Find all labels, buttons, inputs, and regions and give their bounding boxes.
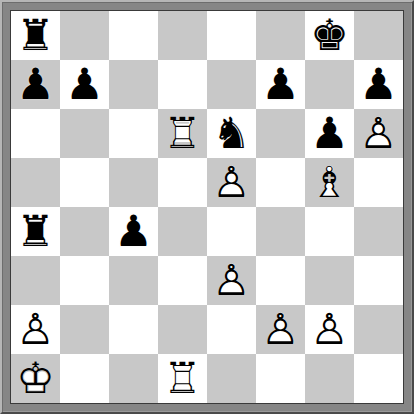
- square-h1[interactable]: [354, 354, 403, 403]
- square-h6[interactable]: ♙: [354, 109, 403, 158]
- black-pawn-a7[interactable]: ♟: [11, 60, 60, 109]
- board-frame: ♜♚♟♟♟♟♖♞♟♙♙♗♜♟♙♙♙♙♔♖: [0, 0, 414, 414]
- square-b8[interactable]: [60, 11, 109, 60]
- square-d2[interactable]: [158, 305, 207, 354]
- square-h3[interactable]: [354, 256, 403, 305]
- square-c2[interactable]: [109, 305, 158, 354]
- chess-board: ♜♚♟♟♟♟♖♞♟♙♙♗♜♟♙♙♙♙♔♖: [11, 11, 403, 403]
- black-pawn-c4[interactable]: ♟: [109, 207, 158, 256]
- white-pawn-h6[interactable]: ♙: [354, 109, 403, 158]
- square-f7[interactable]: ♟: [256, 60, 305, 109]
- square-b5[interactable]: [60, 158, 109, 207]
- square-c6[interactable]: [109, 109, 158, 158]
- square-h5[interactable]: [354, 158, 403, 207]
- square-f8[interactable]: [256, 11, 305, 60]
- square-e8[interactable]: [207, 11, 256, 60]
- square-d3[interactable]: [158, 256, 207, 305]
- square-g1[interactable]: [305, 354, 354, 403]
- square-e4[interactable]: [207, 207, 256, 256]
- board-inner-border: ♜♚♟♟♟♟♖♞♟♙♙♗♜♟♙♙♙♙♔♖: [10, 10, 404, 404]
- square-g7[interactable]: [305, 60, 354, 109]
- square-b1[interactable]: [60, 354, 109, 403]
- white-pawn-g2[interactable]: ♙: [305, 305, 354, 354]
- square-f2[interactable]: ♙: [256, 305, 305, 354]
- square-d4[interactable]: [158, 207, 207, 256]
- square-b6[interactable]: [60, 109, 109, 158]
- square-c3[interactable]: [109, 256, 158, 305]
- square-a4[interactable]: ♜: [11, 207, 60, 256]
- square-c4[interactable]: ♟: [109, 207, 158, 256]
- square-h4[interactable]: [354, 207, 403, 256]
- square-e5[interactable]: ♙: [207, 158, 256, 207]
- square-g5[interactable]: ♗: [305, 158, 354, 207]
- square-e2[interactable]: [207, 305, 256, 354]
- black-pawn-g6[interactable]: ♟: [305, 109, 354, 158]
- square-a5[interactable]: [11, 158, 60, 207]
- square-g3[interactable]: [305, 256, 354, 305]
- square-a6[interactable]: [11, 109, 60, 158]
- square-c5[interactable]: [109, 158, 158, 207]
- square-h2[interactable]: [354, 305, 403, 354]
- square-b3[interactable]: [60, 256, 109, 305]
- black-pawn-f7[interactable]: ♟: [256, 60, 305, 109]
- white-rook-d1[interactable]: ♖: [158, 354, 207, 403]
- black-pawn-h7[interactable]: ♟: [354, 60, 403, 109]
- square-d1[interactable]: ♖: [158, 354, 207, 403]
- square-h8[interactable]: [354, 11, 403, 60]
- square-h7[interactable]: ♟: [354, 60, 403, 109]
- square-f4[interactable]: [256, 207, 305, 256]
- square-d5[interactable]: [158, 158, 207, 207]
- white-pawn-a2[interactable]: ♙: [11, 305, 60, 354]
- square-a3[interactable]: [11, 256, 60, 305]
- square-g4[interactable]: [305, 207, 354, 256]
- square-e7[interactable]: [207, 60, 256, 109]
- black-pawn-b7[interactable]: ♟: [60, 60, 109, 109]
- square-e1[interactable]: [207, 354, 256, 403]
- square-a8[interactable]: ♜: [11, 11, 60, 60]
- square-d6[interactable]: ♖: [158, 109, 207, 158]
- black-knight-e6[interactable]: ♞: [207, 109, 256, 158]
- square-g2[interactable]: ♙: [305, 305, 354, 354]
- square-a1[interactable]: ♔: [11, 354, 60, 403]
- square-e6[interactable]: ♞: [207, 109, 256, 158]
- square-b2[interactable]: [60, 305, 109, 354]
- white-bishop-g5[interactable]: ♗: [305, 158, 354, 207]
- square-a2[interactable]: ♙: [11, 305, 60, 354]
- square-a7[interactable]: ♟: [11, 60, 60, 109]
- square-c8[interactable]: [109, 11, 158, 60]
- square-d8[interactable]: [158, 11, 207, 60]
- square-e3[interactable]: ♙: [207, 256, 256, 305]
- black-rook-a8[interactable]: ♜: [11, 11, 60, 60]
- black-king-g8[interactable]: ♚: [305, 11, 354, 60]
- square-b4[interactable]: [60, 207, 109, 256]
- square-b7[interactable]: ♟: [60, 60, 109, 109]
- square-f1[interactable]: [256, 354, 305, 403]
- square-c1[interactable]: [109, 354, 158, 403]
- white-pawn-f2[interactable]: ♙: [256, 305, 305, 354]
- white-pawn-e3[interactable]: ♙: [207, 256, 256, 305]
- square-g8[interactable]: ♚: [305, 11, 354, 60]
- square-c7[interactable]: [109, 60, 158, 109]
- square-f3[interactable]: [256, 256, 305, 305]
- square-f6[interactable]: [256, 109, 305, 158]
- white-rook-d6[interactable]: ♖: [158, 109, 207, 158]
- black-rook-a4[interactable]: ♜: [11, 207, 60, 256]
- square-g6[interactable]: ♟: [305, 109, 354, 158]
- square-d7[interactable]: [158, 60, 207, 109]
- white-king-a1[interactable]: ♔: [11, 354, 60, 403]
- white-pawn-e5[interactable]: ♙: [207, 158, 256, 207]
- square-f5[interactable]: [256, 158, 305, 207]
